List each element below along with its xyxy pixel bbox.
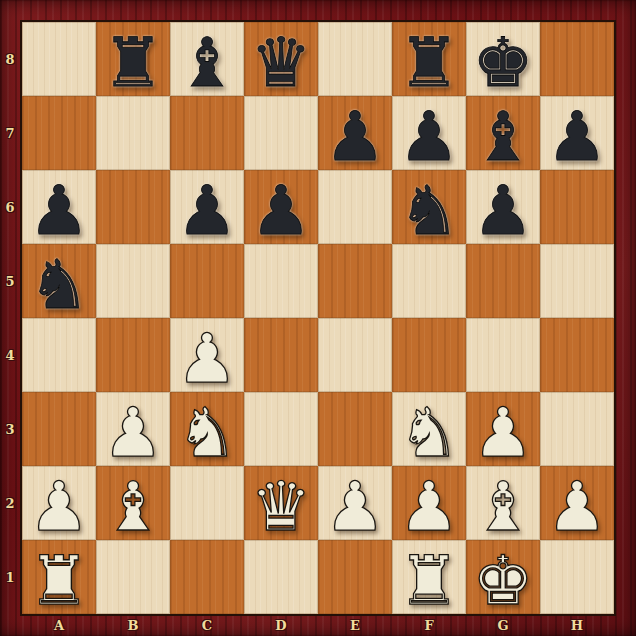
square-c5[interactable] [170, 244, 244, 318]
piece-black-king[interactable]: ♚ [466, 26, 540, 100]
square-c3[interactable]: ♞ [170, 392, 244, 466]
piece-black-pawn[interactable]: ♟ [318, 100, 392, 174]
piece-black-rook[interactable]: ♜ [392, 26, 466, 100]
square-b1[interactable] [96, 540, 170, 614]
square-e3[interactable] [318, 392, 392, 466]
square-g6[interactable]: ♟ [466, 170, 540, 244]
piece-white-pawn[interactable]: ♟ [392, 470, 466, 544]
square-c6[interactable]: ♟ [170, 170, 244, 244]
piece-white-knight[interactable]: ♞ [392, 396, 466, 470]
square-c7[interactable] [170, 96, 244, 170]
square-h2[interactable]: ♟ [540, 466, 614, 540]
piece-black-knight[interactable]: ♞ [392, 174, 466, 248]
piece-white-king[interactable]: ♚ [466, 544, 540, 618]
rank-label-3: 3 [0, 392, 20, 466]
square-b2[interactable]: ♝ [96, 466, 170, 540]
square-f1[interactable]: ♜ [392, 540, 466, 614]
square-f5[interactable] [392, 244, 466, 318]
square-d4[interactable] [244, 318, 318, 392]
rank-label-4: 4 [0, 318, 20, 392]
square-a7[interactable] [22, 96, 96, 170]
square-c4[interactable]: ♟ [170, 318, 244, 392]
piece-white-bishop[interactable]: ♝ [96, 470, 170, 544]
piece-white-pawn[interactable]: ♟ [466, 396, 540, 470]
square-d1[interactable] [244, 540, 318, 614]
piece-white-pawn[interactable]: ♟ [170, 322, 244, 396]
piece-white-rook[interactable]: ♜ [392, 544, 466, 618]
piece-black-bishop[interactable]: ♝ [170, 26, 244, 100]
square-d3[interactable] [244, 392, 318, 466]
square-d6[interactable]: ♟ [244, 170, 318, 244]
file-label-b: B [96, 614, 170, 636]
piece-black-pawn[interactable]: ♟ [170, 174, 244, 248]
square-h8[interactable] [540, 22, 614, 96]
square-g3[interactable]: ♟ [466, 392, 540, 466]
square-a6[interactable]: ♟ [22, 170, 96, 244]
piece-black-queen[interactable]: ♛ [244, 26, 318, 100]
file-label-d: D [244, 614, 318, 636]
square-g8[interactable]: ♚ [466, 22, 540, 96]
square-a3[interactable] [22, 392, 96, 466]
square-f3[interactable]: ♞ [392, 392, 466, 466]
rank-label-5: 5 [0, 244, 20, 318]
square-b4[interactable] [96, 318, 170, 392]
square-c1[interactable] [170, 540, 244, 614]
piece-white-knight[interactable]: ♞ [170, 396, 244, 470]
square-a8[interactable] [22, 22, 96, 96]
square-e4[interactable] [318, 318, 392, 392]
square-b5[interactable] [96, 244, 170, 318]
square-h1[interactable] [540, 540, 614, 614]
square-f7[interactable]: ♟ [392, 96, 466, 170]
square-e6[interactable] [318, 170, 392, 244]
square-e7[interactable]: ♟ [318, 96, 392, 170]
square-b6[interactable] [96, 170, 170, 244]
rank-labels: 87654321 [0, 22, 20, 614]
square-g2[interactable]: ♝ [466, 466, 540, 540]
square-h6[interactable] [540, 170, 614, 244]
rank-label-7: 7 [0, 96, 20, 170]
square-d2[interactable]: ♛ [244, 466, 318, 540]
piece-white-pawn[interactable]: ♟ [22, 470, 96, 544]
square-f8[interactable]: ♜ [392, 22, 466, 96]
piece-white-bishop[interactable]: ♝ [466, 470, 540, 544]
square-e1[interactable] [318, 540, 392, 614]
square-a2[interactable]: ♟ [22, 466, 96, 540]
piece-black-pawn[interactable]: ♟ [540, 100, 614, 174]
square-h7[interactable]: ♟ [540, 96, 614, 170]
square-d8[interactable]: ♛ [244, 22, 318, 96]
piece-white-pawn[interactable]: ♟ [540, 470, 614, 544]
square-e2[interactable]: ♟ [318, 466, 392, 540]
square-h3[interactable] [540, 392, 614, 466]
square-c2[interactable] [170, 466, 244, 540]
piece-white-pawn[interactable]: ♟ [318, 470, 392, 544]
square-d5[interactable] [244, 244, 318, 318]
rank-label-8: 8 [0, 22, 20, 96]
square-a1[interactable]: ♜ [22, 540, 96, 614]
piece-black-pawn[interactable]: ♟ [22, 174, 96, 248]
square-g1[interactable]: ♚ [466, 540, 540, 614]
square-d7[interactable] [244, 96, 318, 170]
piece-black-pawn[interactable]: ♟ [392, 100, 466, 174]
square-c8[interactable]: ♝ [170, 22, 244, 96]
square-g7[interactable]: ♝ [466, 96, 540, 170]
square-f6[interactable]: ♞ [392, 170, 466, 244]
file-label-e: E [318, 614, 392, 636]
file-label-c: C [170, 614, 244, 636]
file-label-h: H [540, 614, 614, 636]
piece-black-bishop[interactable]: ♝ [466, 100, 540, 174]
piece-black-pawn[interactable]: ♟ [244, 174, 318, 248]
square-b3[interactable]: ♟ [96, 392, 170, 466]
piece-white-queen[interactable]: ♛ [244, 470, 318, 544]
square-e5[interactable] [318, 244, 392, 318]
square-e8[interactable] [318, 22, 392, 96]
chess-board[interactable]: ♜♝♛♜♚♟♟♝♟♟♟♟♞♟♞♟♟♞♞♟♟♝♛♟♟♝♟♜♜♚ [20, 20, 616, 616]
piece-white-rook[interactable]: ♜ [22, 544, 96, 618]
rank-label-2: 2 [0, 466, 20, 540]
square-a5[interactable]: ♞ [22, 244, 96, 318]
square-a4[interactable] [22, 318, 96, 392]
square-b7[interactable] [96, 96, 170, 170]
square-h5[interactable] [540, 244, 614, 318]
rank-label-6: 6 [0, 170, 20, 244]
chessboard-frame: 87654321 ABCDEFGH ♜♝♛♜♚♟♟♝♟♟♟♟♞♟♞♟♟♞♞♟♟♝… [0, 0, 636, 636]
piece-black-rook[interactable]: ♜ [96, 26, 170, 100]
piece-white-pawn[interactable]: ♟ [96, 396, 170, 470]
square-h4[interactable] [540, 318, 614, 392]
square-f4[interactable] [392, 318, 466, 392]
piece-black-pawn[interactable]: ♟ [466, 174, 540, 248]
rank-label-1: 1 [0, 540, 20, 614]
piece-black-knight[interactable]: ♞ [22, 248, 96, 322]
square-b8[interactable]: ♜ [96, 22, 170, 96]
square-f2[interactable]: ♟ [392, 466, 466, 540]
square-g4[interactable] [466, 318, 540, 392]
square-g5[interactable] [466, 244, 540, 318]
